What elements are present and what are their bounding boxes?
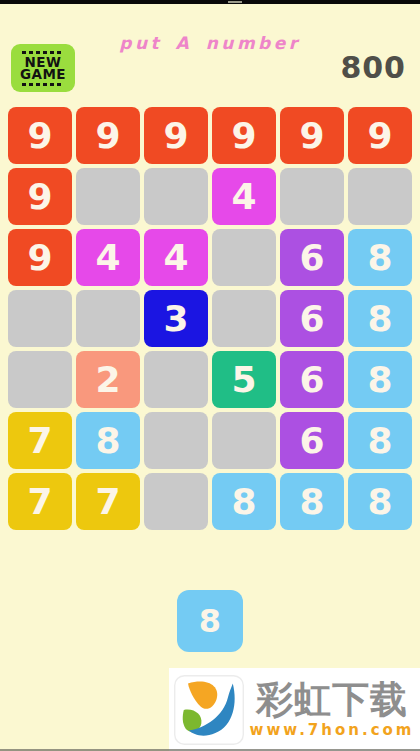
board-cell-empty (280, 168, 344, 225)
board-tile-6[interactable]: 6 (280, 290, 344, 347)
board-tile-9[interactable]: 9 (348, 107, 412, 164)
board-tile-7[interactable]: 7 (76, 473, 140, 530)
watermark-text-block: 彩虹下载 www.7hon.com (244, 680, 420, 739)
board-tile-8[interactable]: 8 (348, 229, 412, 286)
board-cell-empty (76, 168, 140, 225)
board-tile-8[interactable]: 8 (280, 473, 344, 530)
board-tile-7[interactable]: 7 (8, 473, 72, 530)
status-bar-notch (228, 1, 242, 3)
board-cell-empty (348, 168, 412, 225)
board-tile-8[interactable]: 8 (76, 412, 140, 469)
board-cell-empty (8, 351, 72, 408)
board-tile-8[interactable]: 8 (348, 290, 412, 347)
board-tile-6[interactable]: 6 (280, 412, 344, 469)
board-tile-9[interactable]: 9 (8, 168, 72, 225)
dash-decoration-bottom (22, 83, 64, 86)
rainbow-logo-icon (174, 675, 244, 745)
game-screen: NEW GAME put A number 800 99999994944683… (0, 0, 420, 751)
board-cell-empty (212, 290, 276, 347)
board-cell-empty (212, 412, 276, 469)
board-tile-8[interactable]: 8 (212, 473, 276, 530)
board-tile-9[interactable]: 9 (280, 107, 344, 164)
watermark-url: www.7hon.com (250, 721, 415, 739)
board-tile-4[interactable]: 4 (212, 168, 276, 225)
next-tile[interactable]: 8 (177, 590, 243, 652)
status-bar (0, 0, 420, 4)
board-tile-2[interactable]: 2 (76, 351, 140, 408)
board-cell-empty (144, 473, 208, 530)
board-tile-4[interactable]: 4 (76, 229, 140, 286)
watermark-brand: 彩虹下载 (256, 680, 408, 720)
new-game-label-line2: GAME (20, 68, 66, 81)
board-tile-4[interactable]: 4 (144, 229, 208, 286)
board-tile-9[interactable]: 9 (8, 229, 72, 286)
board-tile-8[interactable]: 8 (348, 351, 412, 408)
board-cell-empty (144, 351, 208, 408)
board-tile-3[interactable]: 3 (144, 290, 208, 347)
board-cell-empty (212, 229, 276, 286)
board-cell-empty (144, 168, 208, 225)
board-cell-empty (8, 290, 72, 347)
board-tile-9[interactable]: 9 (212, 107, 276, 164)
board-tile-6[interactable]: 6 (280, 351, 344, 408)
board-cell-empty (76, 290, 140, 347)
board-cell-empty (144, 412, 208, 469)
board-tile-9[interactable]: 9 (76, 107, 140, 164)
board-tile-8[interactable]: 8 (348, 473, 412, 530)
board-tile-9[interactable]: 9 (144, 107, 208, 164)
board-tile-6[interactable]: 6 (280, 229, 344, 286)
watermark: 彩虹下载 www.7hon.com (169, 668, 420, 751)
board-tile-8[interactable]: 8 (348, 412, 412, 469)
score-value: 800 (286, 50, 406, 85)
board-tile-5[interactable]: 5 (212, 351, 276, 408)
game-board: 99999994944683682568786877888 (8, 107, 412, 530)
board-tile-7[interactable]: 7 (8, 412, 72, 469)
board-tile-9[interactable]: 9 (8, 107, 72, 164)
